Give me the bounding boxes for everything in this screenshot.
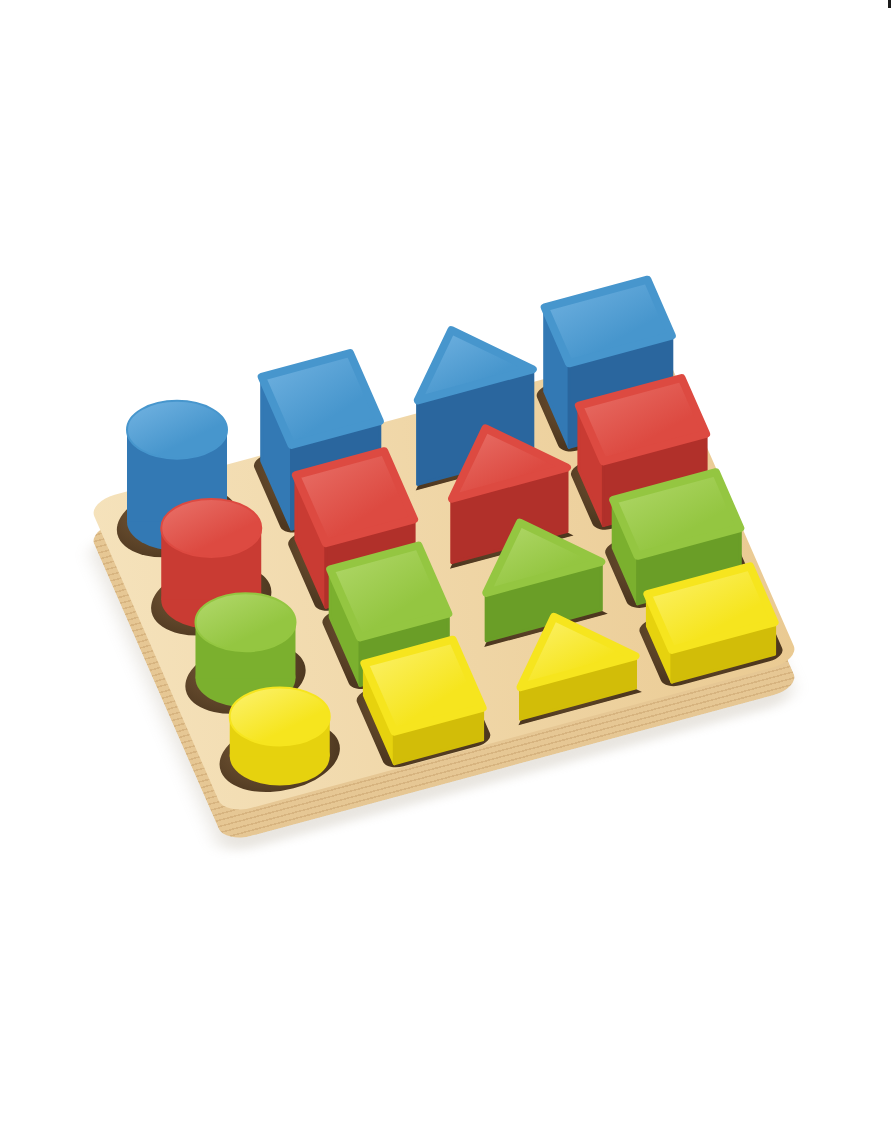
shape-sorting-board	[88, 347, 800, 815]
scene	[0, 0, 891, 1122]
